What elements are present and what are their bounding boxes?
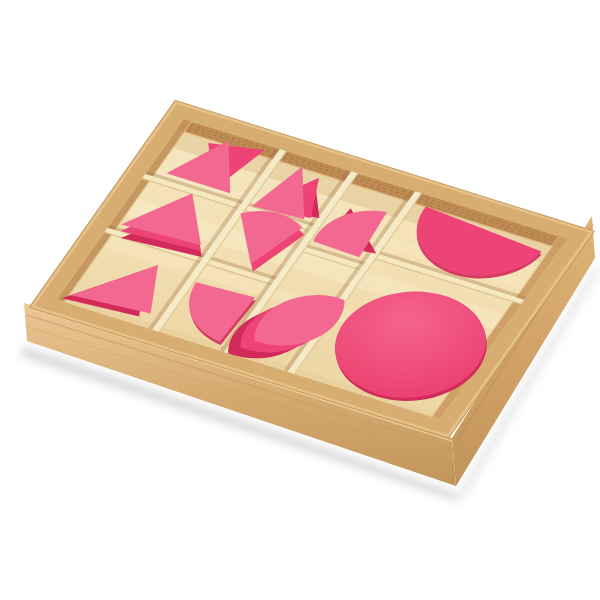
scene	[0, 0, 600, 600]
photo-stage	[0, 0, 600, 600]
